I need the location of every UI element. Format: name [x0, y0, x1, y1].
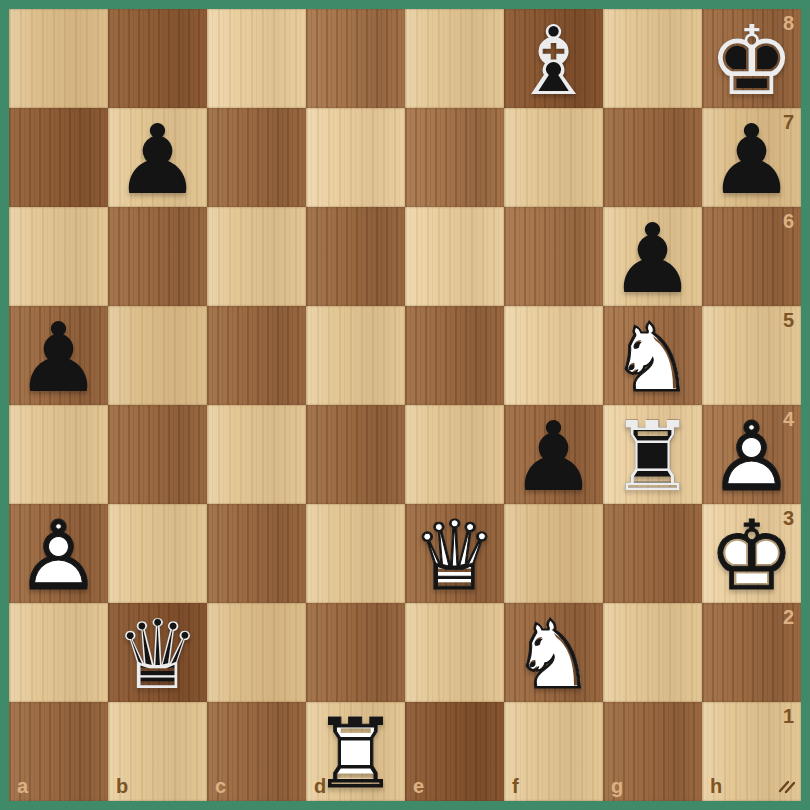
square-f2[interactable]: ♞♘ — [504, 603, 603, 702]
square-e8[interactable] — [405, 9, 504, 108]
square-f8[interactable]: ♝♗ — [504, 9, 603, 108]
black-king[interactable]: ♚♔ — [702, 9, 801, 108]
square-h2[interactable]: 2 — [702, 603, 801, 702]
piece-outline-layer: ♖ — [603, 408, 702, 507]
piece-outline-layer: ♗ — [504, 12, 603, 111]
square-d3[interactable] — [306, 504, 405, 603]
piece-outline-layer: ♘ — [603, 309, 702, 408]
file-label-a: a — [17, 776, 28, 796]
piece-outline-layer: ♕ — [405, 507, 504, 606]
square-e3[interactable]: ♛♕ — [405, 504, 504, 603]
black-rook[interactable]: ♜♖ — [603, 405, 702, 504]
square-h4[interactable]: 4♟♙ — [702, 405, 801, 504]
file-label-e: e — [413, 776, 424, 796]
white-king[interactable]: ♚♔ — [702, 504, 801, 603]
white-pawn[interactable]: ♟♙ — [9, 504, 108, 603]
white-pawn[interactable]: ♟♙ — [702, 405, 801, 504]
square-d6[interactable] — [306, 207, 405, 306]
square-b3[interactable] — [108, 504, 207, 603]
white-queen[interactable]: ♛♕ — [405, 504, 504, 603]
square-g3[interactable] — [603, 504, 702, 603]
piece-fill-layer: ♟ — [108, 111, 207, 210]
square-c7[interactable] — [207, 108, 306, 207]
rank-label-2: 2 — [783, 607, 794, 627]
square-d2[interactable] — [306, 603, 405, 702]
square-b7[interactable]: ♟ — [108, 108, 207, 207]
square-f7[interactable] — [504, 108, 603, 207]
square-b1[interactable]: b — [108, 702, 207, 801]
square-e1[interactable]: e — [405, 702, 504, 801]
square-d4[interactable] — [306, 405, 405, 504]
square-b4[interactable] — [108, 405, 207, 504]
square-f6[interactable] — [504, 207, 603, 306]
square-d5[interactable] — [306, 306, 405, 405]
square-a1[interactable]: a — [9, 702, 108, 801]
square-g8[interactable] — [603, 9, 702, 108]
square-c6[interactable] — [207, 207, 306, 306]
square-c2[interactable] — [207, 603, 306, 702]
square-g6[interactable]: ♟ — [603, 207, 702, 306]
square-g2[interactable] — [603, 603, 702, 702]
square-e7[interactable] — [405, 108, 504, 207]
black-pawn[interactable]: ♟ — [504, 405, 603, 504]
square-g5[interactable]: ♞♘ — [603, 306, 702, 405]
piece-fill-layer: ♟ — [603, 210, 702, 309]
black-pawn[interactable]: ♟ — [603, 207, 702, 306]
square-h6[interactable]: 6 — [702, 207, 801, 306]
square-b5[interactable] — [108, 306, 207, 405]
square-g4[interactable]: ♜♖ — [603, 405, 702, 504]
square-a6[interactable] — [9, 207, 108, 306]
piece-fill-layer: ♟ — [504, 408, 603, 507]
file-label-g: g — [611, 776, 623, 796]
file-label-c: c — [215, 776, 226, 796]
piece-fill-layer: ♟ — [9, 309, 108, 408]
square-g1[interactable]: g — [603, 702, 702, 801]
piece-outline-layer: ♔ — [702, 507, 801, 606]
square-h5[interactable]: 5 — [702, 306, 801, 405]
square-f3[interactable] — [504, 504, 603, 603]
square-b2[interactable]: ♛♕ — [108, 603, 207, 702]
board-frame: ♝♗8♚♔♟7♟♟6♟♞♘5♟♜♖4♟♙♟♙♛♕3♚♔♛♕♞♘2abcd♜♖ef… — [0, 0, 810, 810]
square-a8[interactable] — [9, 9, 108, 108]
square-h3[interactable]: 3♚♔ — [702, 504, 801, 603]
square-c1[interactable]: c — [207, 702, 306, 801]
piece-outline-layer: ♖ — [306, 705, 405, 804]
square-e5[interactable] — [405, 306, 504, 405]
square-f4[interactable]: ♟ — [504, 405, 603, 504]
square-h1[interactable]: 1h — [702, 702, 801, 801]
square-g7[interactable] — [603, 108, 702, 207]
piece-outline-layer: ♘ — [504, 606, 603, 705]
square-a3[interactable]: ♟♙ — [9, 504, 108, 603]
corner-mark-icon — [778, 779, 795, 794]
file-label-f: f — [512, 776, 519, 796]
square-a7[interactable] — [9, 108, 108, 207]
square-e2[interactable] — [405, 603, 504, 702]
square-d1[interactable]: d♜♖ — [306, 702, 405, 801]
file-label-b: b — [116, 776, 128, 796]
square-c8[interactable] — [207, 9, 306, 108]
rank-label-6: 6 — [783, 211, 794, 231]
piece-outline-layer: ♙ — [702, 408, 801, 507]
square-c4[interactable] — [207, 405, 306, 504]
square-b8[interactable] — [108, 9, 207, 108]
square-e4[interactable] — [405, 405, 504, 504]
square-a2[interactable] — [9, 603, 108, 702]
piece-fill-layer: ♟ — [702, 111, 801, 210]
square-f5[interactable] — [504, 306, 603, 405]
square-e6[interactable] — [405, 207, 504, 306]
piece-outline-layer: ♔ — [702, 12, 801, 111]
square-d7[interactable] — [306, 108, 405, 207]
square-c3[interactable] — [207, 504, 306, 603]
black-pawn[interactable]: ♟ — [702, 108, 801, 207]
piece-outline-layer: ♙ — [9, 507, 108, 606]
white-knight[interactable]: ♞♘ — [603, 306, 702, 405]
rank-label-1: 1 — [783, 706, 794, 726]
white-rook[interactable]: ♜♖ — [306, 702, 405, 801]
black-queen[interactable]: ♛♕ — [108, 603, 207, 702]
board: ♝♗8♚♔♟7♟♟6♟♞♘5♟♜♖4♟♙♟♙♛♕3♚♔♛♕♞♘2abcd♜♖ef… — [9, 9, 801, 801]
square-h7[interactable]: 7♟ — [702, 108, 801, 207]
square-b6[interactable] — [108, 207, 207, 306]
square-c5[interactable] — [207, 306, 306, 405]
rank-label-5: 5 — [783, 310, 794, 330]
square-a4[interactable] — [9, 405, 108, 504]
black-bishop[interactable]: ♝♗ — [504, 9, 603, 108]
square-a5[interactable]: ♟ — [9, 306, 108, 405]
piece-outline-layer: ♕ — [108, 606, 207, 705]
square-f1[interactable]: f — [504, 702, 603, 801]
black-pawn[interactable]: ♟ — [9, 306, 108, 405]
file-label-h: h — [710, 776, 722, 796]
square-h8[interactable]: 8♚♔ — [702, 9, 801, 108]
square-d8[interactable] — [306, 9, 405, 108]
black-pawn[interactable]: ♟ — [108, 108, 207, 207]
white-knight[interactable]: ♞♘ — [504, 603, 603, 702]
